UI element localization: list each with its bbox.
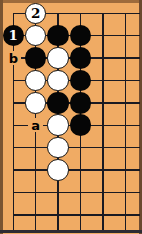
white-stone: [25, 25, 47, 47]
stone-layer: ba21: [2, 2, 136, 226]
board-frame-bottom: [0, 230, 142, 233]
black-stone: [70, 70, 92, 92]
point-label-b: b: [6, 51, 21, 65]
white-stone: [25, 70, 47, 92]
black-stone-move-1: 1: [3, 25, 25, 47]
white-stone: [25, 92, 47, 114]
black-stone: [70, 92, 92, 114]
black-stone: [25, 47, 47, 69]
point-label-a: a: [28, 118, 43, 132]
white-stone: [47, 159, 69, 181]
black-stone: [70, 25, 92, 47]
move-number: 1: [9, 28, 18, 42]
black-stone: [47, 25, 69, 47]
white-stone: [47, 70, 69, 92]
black-stone: [70, 47, 92, 69]
white-stone: [47, 114, 69, 136]
black-stone: [47, 92, 69, 114]
white-stone: [47, 137, 69, 159]
white-stone: [47, 47, 69, 69]
white-stone-move-2: 2: [25, 3, 47, 25]
black-stone: [70, 114, 92, 136]
go-diagram: ba21: [0, 0, 142, 234]
move-number: 2: [31, 6, 40, 20]
